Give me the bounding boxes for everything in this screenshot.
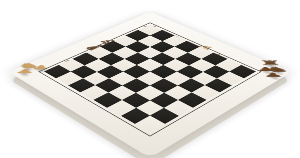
black-knight-glyph: ♞ — [60, 59, 85, 65]
white-pawn-glyph: ♟ — [14, 69, 35, 74]
black-pawn-glyph: ♟ — [128, 42, 147, 47]
black-bishop-glyph: ♝ — [162, 35, 187, 41]
white-pawn-glyph: ♟ — [114, 60, 134, 65]
chess-set-photo: ♜♟♝♟♛♚♝♞♟♛♚♜♞♟♟♟♝♞♟♟♜♞♟♟ — [0, 0, 300, 158]
white-knight-glyph: ♞ — [215, 59, 240, 65]
chess-board-3d: ♜♟♝♟♛♚♝♞♟♛♚♜♞♟♟♟♝♞♟♟♜♞♟♟ — [9, 12, 292, 158]
white-king-glyph: ♚ — [171, 50, 206, 59]
black-rook-glyph: ♜ — [140, 25, 161, 30]
